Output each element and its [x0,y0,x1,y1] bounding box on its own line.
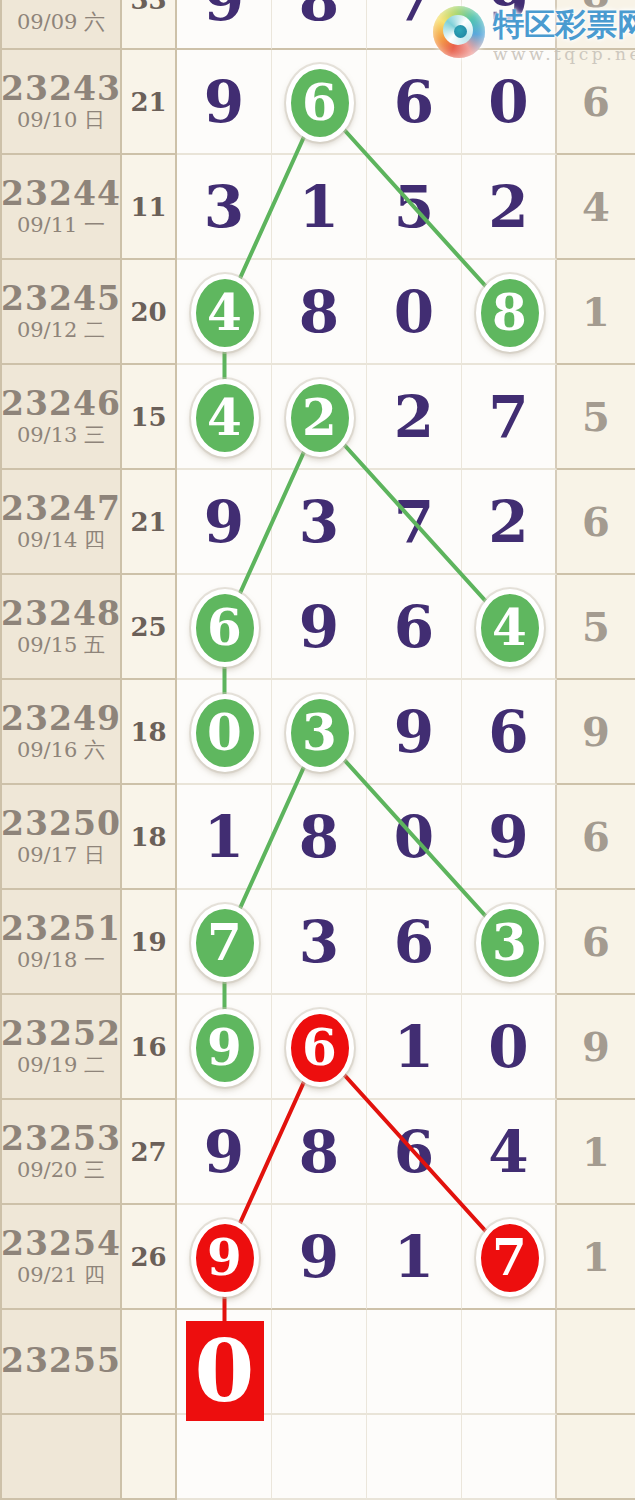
issue-number: 23254 [1,1227,121,1262]
digit-cell [272,365,367,470]
drawn-digit: 8 [299,1123,339,1181]
digit-cell: 9 [177,470,272,575]
digit-cell [272,995,367,1100]
right-stat-cell: 1 [557,1205,635,1310]
issue-cell: 23255 [0,1310,122,1415]
drawn-digit: 7 [394,493,434,551]
right-stat-cell: 6 [557,50,635,155]
sum-value: 25 [130,614,166,640]
digit-cell: 1 [367,995,462,1100]
draw-date: 09/11 一 [17,215,105,236]
issue-number: 23248 [1,597,121,632]
sum-cell: 19 [122,890,177,995]
issue-number: 23250 [1,807,121,842]
issue-cell: 2325209/19 二 [0,995,122,1100]
digit-cell [462,575,557,680]
sum-value: 33 [130,0,166,13]
digit-cell: 0 [462,995,557,1100]
digit-cell: 7 [462,365,557,470]
drawn-digit: 0 [488,73,528,131]
sum-value: 15 [130,404,166,430]
digit-cell: 6 [367,890,462,995]
site-watermark: www.tqcp.net [493,44,635,64]
right-stat-value: 9 [582,1027,610,1067]
draw-date: 09/15 五 [17,635,105,656]
digit-cell: 9 [177,0,272,50]
sum-cell [122,1310,177,1415]
digit-cell: 9 [177,1100,272,1205]
issue-cell: 2325409/21 四 [0,1205,122,1310]
drawn-digit: 3 [299,493,339,551]
draw-date: 09/13 三 [17,425,105,446]
digit-cell [272,1415,367,1500]
sum-value: 19 [130,929,166,955]
sum-cell: 21 [122,50,177,155]
drawn-digit: 0 [394,808,434,866]
sum-value: 18 [130,824,166,850]
sum-value: 18 [130,719,166,745]
issue-cell [0,1415,122,1500]
right-stat-value: 6 [582,502,610,542]
drawn-digit: 6 [488,703,528,761]
drawn-digit: 5 [394,178,434,236]
drawn-digit: 9 [204,0,244,29]
right-stat-cell: 4 [557,155,635,260]
right-stat-value: 6 [582,82,610,122]
drawn-digit: 3 [204,178,244,236]
issue-cell: 2324609/13 三 [0,365,122,470]
digit-cell [177,995,272,1100]
sum-cell: 11 [122,155,177,260]
draw-date: 09/18 一 [17,950,105,971]
sum-cell: 15 [122,365,177,470]
drawn-digit: 9 [394,703,434,761]
drawn-digit: 1 [394,1228,434,1286]
drawn-digit: 8 [299,283,339,341]
right-stat-cell [557,1415,635,1500]
digit-cell [177,890,272,995]
draw-date: 09/16 六 [17,740,105,761]
issue-cell: 2325309/20 三 [0,1100,122,1205]
drawn-digit: 1 [299,178,339,236]
draw-date: 09/14 四 [17,530,105,551]
right-stat-cell: 6 [557,470,635,575]
digit-cell: 8 [272,260,367,365]
digit-cell: 2 [462,470,557,575]
digit-cell [272,1310,367,1415]
issue-number: 23252 [1,1017,121,1052]
digit-cell: 9 [177,50,272,155]
sum-cell: 26 [122,1205,177,1310]
issue-cell: 2325109/18 一 [0,890,122,995]
sum-value: 26 [130,1244,166,1270]
digit-cell [462,890,557,995]
digit-cell [177,260,272,365]
draw-date: 09/17 日 [17,845,105,866]
drawn-digit: 1 [204,808,244,866]
sum-value: 27 [130,1139,166,1165]
digit-cell: 9 [462,785,557,890]
digit-cell: 1 [367,1205,462,1310]
drawn-digit: 6 [394,598,434,656]
digit-cell: 8 [272,1100,367,1205]
digit-cell: 9 [272,575,367,680]
drawn-digit: 3 [299,913,339,971]
digit-cell [177,1415,272,1500]
sum-cell: 18 [122,785,177,890]
right-stat-cell: 9 [557,995,635,1100]
drawn-digit: 6 [394,1123,434,1181]
right-stat-value: 5 [582,397,610,437]
issue-number: 23245 [1,282,121,317]
right-stat-cell: 5 [557,365,635,470]
drawn-digit: 9 [299,598,339,656]
site-logo[interactable]: 特区彩票网 www.tqcp.net [433,6,635,64]
issue-cell: 2324409/11 一 [0,155,122,260]
digit-cell [177,575,272,680]
digit-cell [177,1205,272,1310]
issue-cell: 2324909/16 六 [0,680,122,785]
digit-cell: 9 [272,1205,367,1310]
digit-cell [177,1310,272,1415]
digit-cell [177,680,272,785]
digit-cell [462,1205,557,1310]
right-stat-value: 6 [582,817,610,857]
sum-value: 16 [130,1034,166,1060]
digit-cell: 6 [367,1100,462,1205]
digit-cell [462,260,557,365]
sum-value: 20 [130,299,166,325]
drawn-digit: 9 [299,1228,339,1286]
digit-cell [462,1415,557,1500]
digit-cell: 6 [462,680,557,785]
sum-value: 11 [130,194,166,220]
digit-cell: 7 [367,470,462,575]
drawn-digit: 6 [394,913,434,971]
right-stat-cell: 1 [557,260,635,365]
drawn-digit: 7 [394,0,434,29]
issue-cell: 2324309/10 日 [0,50,122,155]
logo-text: 特区彩票网 www.tqcp.net [493,6,635,64]
digit-cell: 4 [462,1100,557,1205]
digit-cell: 1 [177,785,272,890]
drawn-digit: 4 [488,1123,528,1181]
digit-cell [272,50,367,155]
draw-date: 09/20 三 [17,1160,105,1181]
issue-cell: 2324809/15 五 [0,575,122,680]
issue-number: 23244 [1,177,121,212]
sum-cell: 18 [122,680,177,785]
right-stat-value: 9 [582,712,610,752]
issue-number: 23253 [1,1122,121,1157]
issue-number: 23243 [1,72,121,107]
right-stat-value: 1 [582,1237,610,1277]
sum-cell [122,1415,177,1500]
right-stat-value: 1 [582,1132,610,1172]
sum-cell: 33 [122,0,177,50]
digit-cell: 0 [367,260,462,365]
drawn-digit: 2 [488,178,528,236]
sum-value: 21 [130,509,166,535]
sum-cell: 21 [122,470,177,575]
right-stat-value: 1 [582,292,610,332]
drawn-digit: 8 [299,808,339,866]
right-stat-value: 4 [582,187,610,227]
digit-cell: 6 [367,50,462,155]
issue-cell: 2324509/12 二 [0,260,122,365]
issue-cell: 09/09 六 [0,0,122,50]
sum-cell: 20 [122,260,177,365]
drawn-digit: 1 [394,1018,434,1076]
drawn-digit: 0 [488,1018,528,1076]
digit-cell: 2 [367,365,462,470]
digit-cell: 1 [272,155,367,260]
logo-swirl-icon [433,6,485,58]
lottery-trend-chart: 09/09 六33987982324309/10 日2196062324409/… [0,0,635,1500]
digit-cell: 8 [272,785,367,890]
sum-cell: 27 [122,1100,177,1205]
right-stat-value: 6 [582,922,610,962]
right-stat-value: 5 [582,607,610,647]
right-stat-cell: 9 [557,680,635,785]
issue-cell: 2324709/14 四 [0,470,122,575]
draw-date: 09/12 二 [17,320,105,341]
sum-value: 21 [130,89,166,115]
drawn-digit: 6 [394,73,434,131]
issue-number: 23249 [1,702,121,737]
draw-date: 09/09 六 [17,12,105,33]
drawn-digit: 2 [488,493,528,551]
digit-cell: 3 [177,155,272,260]
drawn-digit: 9 [204,493,244,551]
sum-cell: 25 [122,575,177,680]
drawn-digit: 7 [488,388,528,446]
site-name: 特区彩票网 [493,6,635,43]
right-stat-cell [557,1310,635,1415]
digit-cell [367,1310,462,1415]
draw-date: 09/21 四 [17,1265,105,1286]
digit-cell: 8 [272,0,367,50]
digit-cell [367,1415,462,1500]
drawn-digit: 9 [204,73,244,131]
issue-number: 23246 [1,387,121,422]
right-stat-cell: 5 [557,575,635,680]
trend-table: 09/09 六33987982324309/10 日2196062324409/… [0,0,635,1500]
issue-number: 23251 [1,912,121,947]
drawn-digit: 0 [394,283,434,341]
digit-cell: 9 [367,680,462,785]
right-stat-cell: 1 [557,1100,635,1205]
drawn-digit: 9 [488,808,528,866]
sum-cell: 16 [122,995,177,1100]
draw-date: 09/19 二 [17,1055,105,1076]
digit-cell: 3 [272,890,367,995]
digit-cell [272,680,367,785]
right-stat-cell: 6 [557,890,635,995]
drawn-digit: 8 [299,0,339,29]
issue-number: 23247 [1,492,121,527]
right-stat-cell: 6 [557,785,635,890]
drawn-digit: 9 [204,1123,244,1181]
digit-cell: 2 [462,155,557,260]
digit-cell: 0 [367,785,462,890]
digit-cell [177,365,272,470]
digit-cell: 0 [462,50,557,155]
digit-cell: 3 [272,470,367,575]
issue-cell: 2325009/17 日 [0,785,122,890]
draw-date: 09/10 日 [17,110,105,131]
issue-number: 23255 [1,1344,121,1379]
digit-cell: 5 [367,155,462,260]
digit-cell [462,1310,557,1415]
drawn-digit: 2 [394,388,434,446]
digit-cell: 6 [367,575,462,680]
